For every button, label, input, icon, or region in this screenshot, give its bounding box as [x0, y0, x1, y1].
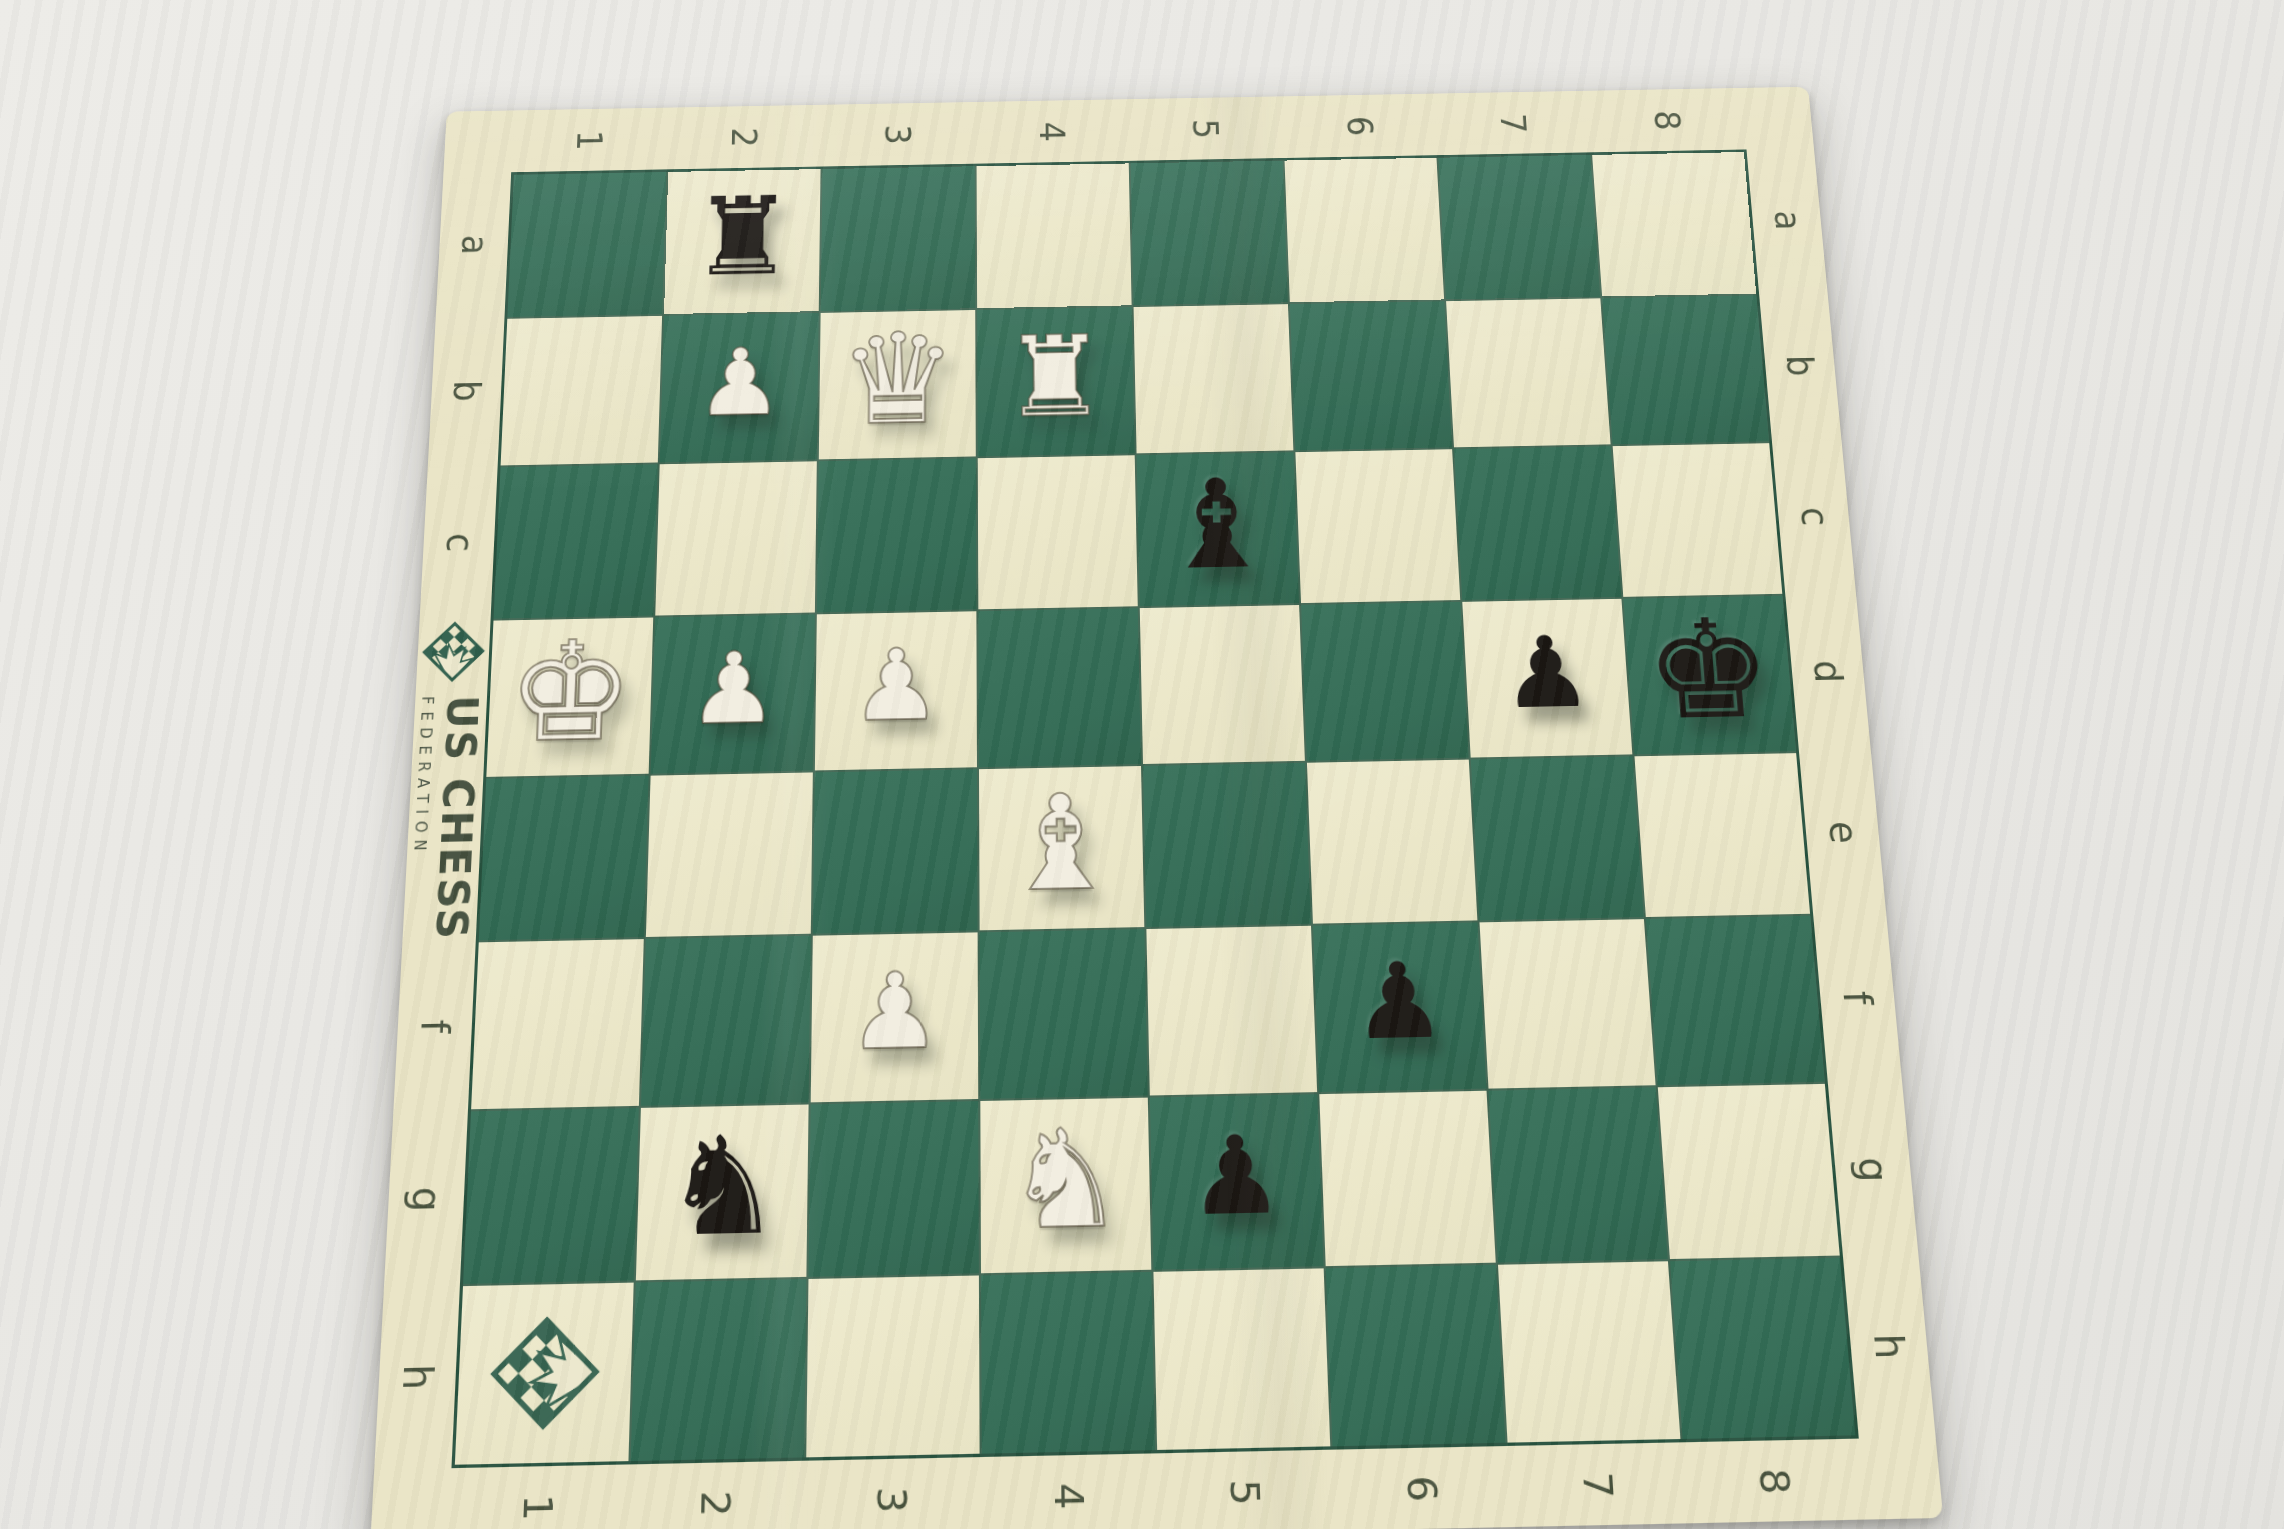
rank-label-top-3: 3	[881, 123, 916, 144]
rank-label-bottom-slot-1: 1	[448, 1464, 628, 1529]
square-a5	[1131, 160, 1288, 305]
file-label-right-c: c	[1795, 506, 1833, 526]
rank-label-top-4: 4	[1035, 120, 1070, 141]
square-e5	[1143, 762, 1311, 926]
square-h1	[455, 1282, 634, 1464]
square-f5	[1146, 925, 1317, 1095]
rank-label-top-7: 7	[1496, 112, 1532, 133]
square-d1: ♚	[486, 617, 653, 776]
square-d2: ♟	[651, 614, 815, 773]
square-d8: ♚	[1623, 595, 1796, 754]
square-g7	[1489, 1087, 1668, 1262]
rank-label-bottom-3: 3	[872, 1485, 912, 1512]
file-label-left-slot-8: h	[374, 1286, 460, 1469]
square-d5	[1140, 605, 1305, 764]
square-b2: ♟	[660, 312, 819, 461]
rank-label-bottom-slot-5: 5	[1156, 1449, 1335, 1529]
rank-label-top-6: 6	[1342, 115, 1378, 136]
square-h2	[631, 1279, 807, 1461]
rank-label-top-8: 8	[1649, 109, 1685, 130]
black-pawn-d7: ♟	[1498, 623, 1595, 723]
white-pawn-b2: ♟	[695, 335, 785, 429]
square-g5: ♟	[1150, 1094, 1324, 1270]
file-label-right-g: g	[1853, 1156, 1894, 1182]
file-label-right-slot-5: e	[1799, 750, 1886, 915]
square-c5: ♝	[1137, 452, 1299, 606]
square-a7	[1438, 154, 1600, 298]
square-e4: ♝	[979, 765, 1144, 929]
square-f3: ♟	[811, 932, 979, 1102]
uscf-corner-logo-h1	[487, 1314, 602, 1431]
file-label-right-a: a	[1768, 209, 1805, 229]
file-label-left-slot-3: c	[420, 465, 498, 620]
square-b6	[1290, 301, 1452, 450]
square-b8	[1602, 295, 1769, 444]
file-label-right-slot-1: a	[1746, 148, 1827, 293]
file-label-right-slot-6: f	[1813, 913, 1902, 1083]
square-e6	[1307, 759, 1477, 923]
black-knight-g2: ♞	[661, 1117, 784, 1256]
square-f8	[1646, 915, 1825, 1084]
square-e2	[646, 772, 813, 937]
rank-label-top-slot-6: 6	[1282, 93, 1439, 157]
white-knight-g4: ♞	[1005, 1110, 1126, 1248]
square-h4	[981, 1271, 1155, 1453]
file-label-left-slot-2: b	[428, 316, 505, 466]
square-f2	[641, 935, 811, 1105]
white-rook-b4: ♜	[1002, 320, 1108, 432]
square-b1	[501, 315, 663, 465]
black-pawn-f6: ♟	[1350, 948, 1448, 1054]
square-a6	[1285, 157, 1445, 302]
square-d3: ♟	[815, 611, 977, 770]
file-label-left-slot-1: a	[436, 172, 511, 318]
square-c2	[655, 461, 817, 615]
black-bishop-c5: ♝	[1158, 461, 1277, 586]
square-f1	[471, 939, 644, 1109]
black-rook-a2: ♜	[690, 182, 796, 291]
rank-label-top-slot-7: 7	[1435, 90, 1592, 154]
square-c4	[978, 455, 1138, 609]
square-g6	[1319, 1090, 1495, 1265]
rank-label-bottom-5: 5	[1225, 1478, 1265, 1505]
board-frame: ♜♟♛♜♝♚♟♟♟♚♝♟♟♞♞♟	[451, 149, 1858, 1468]
square-a3	[821, 166, 976, 311]
square-b7	[1446, 298, 1610, 447]
white-king-d1: ♚	[504, 622, 636, 761]
file-label-right-e: e	[1823, 820, 1862, 843]
square-h6	[1326, 1264, 1506, 1445]
knight-negative-space	[433, 643, 473, 678]
square-a4	[977, 163, 1132, 308]
square-e1	[479, 775, 649, 940]
square-a8	[1592, 152, 1756, 296]
square-d7: ♟	[1462, 598, 1632, 757]
rank-label-bottom-6: 6	[1401, 1474, 1442, 1501]
square-a1	[507, 171, 666, 316]
square-b4: ♜	[977, 307, 1134, 456]
rank-label-bottom-4: 4	[1049, 1481, 1089, 1508]
square-g1	[463, 1107, 639, 1283]
square-g3	[808, 1101, 978, 1277]
rank-label-top-slot-2: 2	[666, 104, 821, 169]
square-c8	[1613, 443, 1783, 597]
square-e7	[1471, 756, 1644, 920]
rank-label-top-slot-4: 4	[975, 99, 1130, 163]
file-label-right-f: f	[1838, 991, 1877, 1005]
file-label-right-h: h	[1868, 1333, 1909, 1360]
rank-label-bottom-slot-7: 7	[1508, 1442, 1689, 1527]
file-label-left-f: f	[415, 1019, 454, 1033]
black-pawn-g5: ♟	[1187, 1121, 1285, 1231]
rank-label-bottom-slot-2: 2	[625, 1460, 804, 1529]
square-e3	[813, 769, 978, 933]
white-queen-b3: ♛	[838, 316, 958, 443]
white-bishop-e4: ♝	[1001, 776, 1122, 909]
chess-board: ♜♟♛♜♝♚♟♟♟♚♝♟♟♞♞♟	[455, 152, 1856, 1465]
white-pawn-f3: ♟	[848, 958, 942, 1065]
white-pawn-d3: ♟	[850, 635, 941, 735]
black-king-d8: ♚	[1641, 600, 1778, 739]
rank-label-top-1: 1	[572, 129, 607, 150]
rank-label-bottom-2: 2	[695, 1489, 735, 1516]
uscf-logo-title: US CHESS	[429, 695, 483, 941]
table-background: 12345678 US CHES	[0, 0, 2284, 1529]
square-c1	[494, 464, 658, 618]
square-h3	[806, 1275, 979, 1457]
square-f7	[1480, 919, 1656, 1089]
file-label-left-g: g	[406, 1186, 446, 1212]
file-label-right-b: b	[1781, 355, 1818, 377]
square-g2: ♞	[636, 1104, 809, 1280]
white-pawn-d2: ♟	[687, 638, 780, 738]
rank-label-top-slot-5: 5	[1128, 96, 1284, 160]
rank-label-bottom-8: 8	[1753, 1467, 1795, 1494]
file-label-right-slot-4: d	[1785, 592, 1871, 751]
square-c7	[1454, 446, 1621, 600]
square-a2: ♜	[664, 169, 820, 314]
rank-label-bottom-slot-8: 8	[1683, 1438, 1866, 1523]
rank-label-top-slot-3: 3	[821, 102, 976, 167]
rank-label-top-2: 2	[726, 126, 761, 147]
knight-negative-space	[530, 1337, 594, 1407]
square-d6	[1301, 601, 1469, 760]
chess-mat: 12345678 US CHES	[370, 86, 1943, 1529]
square-e8	[1634, 753, 1810, 917]
square-g4: ♞	[980, 1097, 1151, 1273]
rank-label-bottom-slot-3: 3	[803, 1457, 980, 1529]
file-label-left-a: a	[456, 234, 492, 255]
rank-label-top-slot-1: 1	[511, 107, 668, 172]
uscf-logo-icon-slot	[420, 620, 486, 682]
file-label-left-slot-6: f	[393, 941, 475, 1112]
square-b5	[1134, 304, 1294, 453]
rank-label-top-slot-8: 8	[1588, 87, 1746, 151]
square-h8	[1670, 1257, 1855, 1438]
rank-label-bottom-slot-6: 6	[1332, 1445, 1512, 1529]
uscf-logo-text: US CHESS FEDERATION	[406, 695, 483, 942]
file-label-right-slot-8: h	[1843, 1256, 1935, 1438]
square-f4	[980, 929, 1148, 1099]
square-b3: ♛	[819, 310, 976, 459]
uscf-knight-diamond-icon	[420, 620, 486, 682]
file-label-right-slot-2: b	[1759, 291, 1841, 440]
square-h5	[1153, 1268, 1330, 1450]
rank-label-bottom-slot-4: 4	[980, 1453, 1158, 1529]
file-label-right-d: d	[1808, 660, 1847, 683]
rank-label-bottom-1: 1	[518, 1493, 559, 1520]
file-label-left-slot-7: g	[384, 1111, 468, 1288]
square-d4	[978, 608, 1141, 767]
rank-label-bottom-7: 7	[1577, 1470, 1618, 1497]
rank-label-top-5: 5	[1188, 118, 1223, 139]
square-c3	[817, 458, 977, 612]
file-label-left-h: h	[397, 1364, 438, 1391]
square-g8	[1658, 1083, 1840, 1258]
square-f6: ♟	[1313, 922, 1486, 1092]
square-c6	[1295, 449, 1460, 603]
file-label-left-b: b	[448, 380, 485, 402]
file-label-right-slot-7: g	[1828, 1082, 1919, 1258]
square-h7	[1498, 1261, 1680, 1442]
file-label-right-slot-3: c	[1772, 439, 1856, 593]
file-label-left-c: c	[440, 532, 477, 552]
